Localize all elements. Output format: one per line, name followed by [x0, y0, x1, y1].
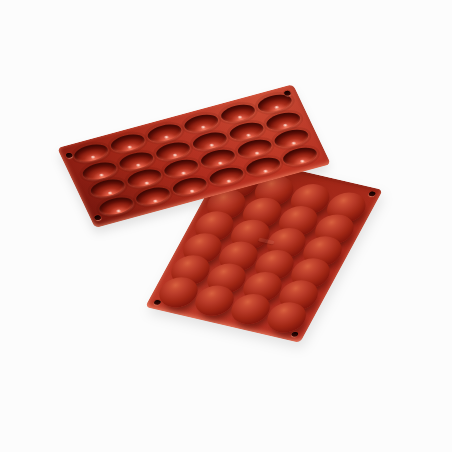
- hanging-hole: [291, 331, 299, 337]
- hanging-hole: [368, 191, 376, 197]
- mold-cavity-cell: [243, 155, 283, 178]
- hanging-hole: [65, 152, 73, 158]
- mold-cavity-cell: [133, 185, 173, 208]
- hanging-hole: [94, 215, 102, 221]
- product-photo: [0, 0, 452, 452]
- mold-cavity-cell: [170, 175, 210, 198]
- mold-cavity-cell: [280, 145, 320, 168]
- hanging-hole: [153, 300, 161, 306]
- mold-cavity-cell: [207, 165, 247, 188]
- mold-cavity-cell: [96, 194, 136, 217]
